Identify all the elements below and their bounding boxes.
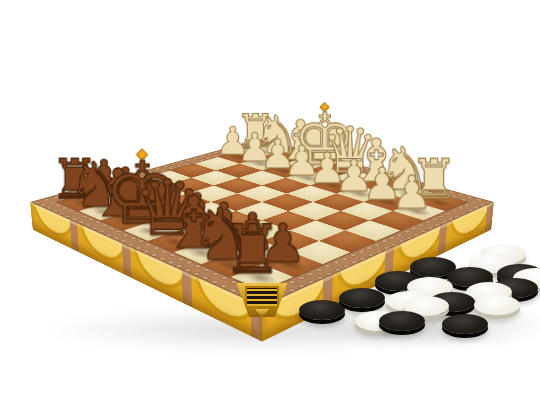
piece-stand: ♜ — [197, 219, 309, 281]
clasp-latch-slot — [247, 288, 277, 306]
chess-board: ♜♞♝◆♚♛♝♞♜♟♟♟♟♟♟♟♟♟♟♟♟♟♟♟♟♜♞♝◆♚♛♝♞♜ — [30, 138, 494, 307]
piece-glyph: ♜ — [222, 219, 282, 281]
chess-piece-cream-pawn: ♟ — [392, 172, 433, 214]
board-square: ♟ — [393, 202, 445, 220]
clasp-foot — [255, 309, 269, 317]
board-stud-frame: ♜♞♝◆♚♛♝♞♜♟♟♟♟♟♟♟♟♟♟♟♟♟♟♟♟♜♞♝◆♚♛♝♞♜ — [30, 138, 494, 307]
board-square — [345, 220, 400, 241]
piece-stand: ♟ — [366, 172, 459, 214]
product-photo-stage: ♜♞♝◆♚♛♝♞♜♟♟♟♟♟♟♟♟♟♟♟♟♟♟♟♟♜♞♝◆♚♛♝♞♜ — [0, 0, 540, 405]
piece-glyph: ♟ — [392, 172, 433, 214]
chess-piece-brown-rook: ♜ — [222, 219, 282, 281]
board-3d-scene: ♜♞♝◆♚♛♝♞♜♟♟♟♟♟♟♟♟♟♟♟♟♟♟♟♟♜♞♝◆♚♛♝♞♜ — [0, 0, 540, 405]
